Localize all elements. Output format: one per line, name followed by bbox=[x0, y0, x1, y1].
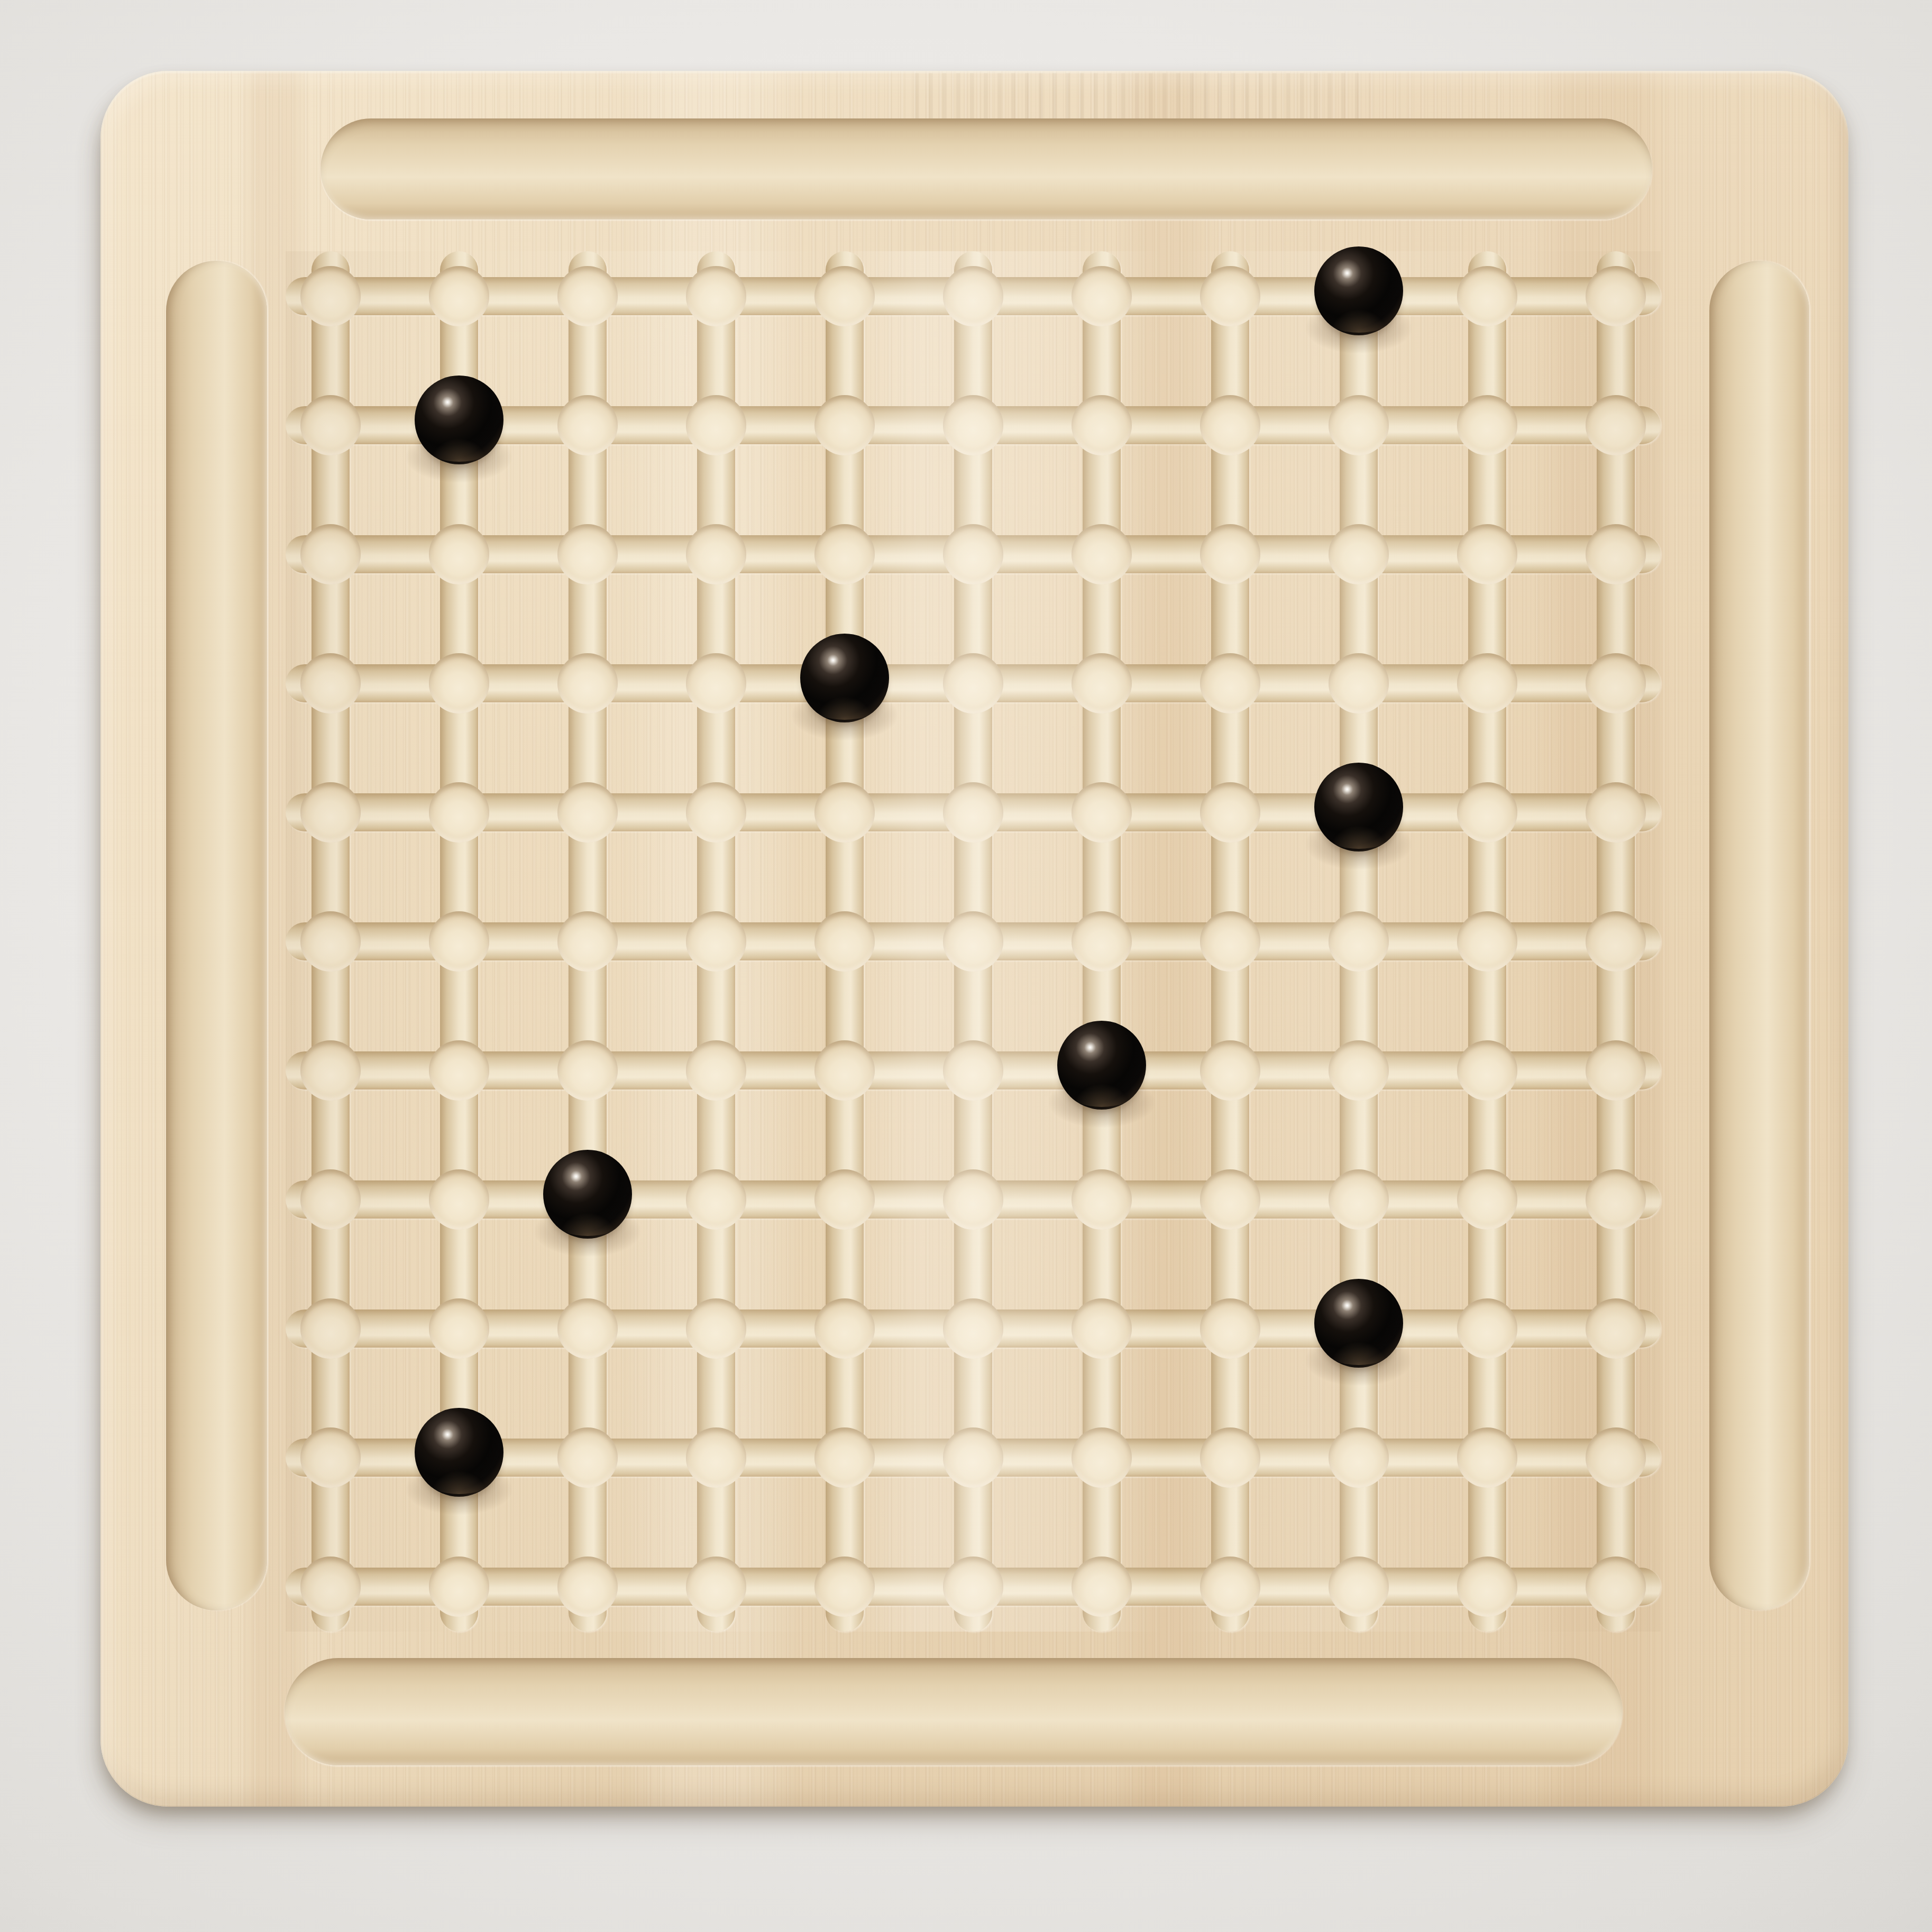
intersection-dimple[interactable] bbox=[1072, 782, 1132, 843]
intersection-dimple[interactable] bbox=[1586, 782, 1646, 843]
intersection-dimple[interactable] bbox=[1072, 653, 1132, 713]
intersection-dimple[interactable] bbox=[1457, 266, 1517, 326]
intersection-dimple[interactable] bbox=[1586, 266, 1646, 326]
intersection-dimple[interactable] bbox=[300, 911, 361, 972]
intersection-dimple[interactable] bbox=[300, 1427, 361, 1488]
intersection-dimple[interactable] bbox=[1329, 395, 1389, 455]
intersection-dimple[interactable] bbox=[1329, 1556, 1389, 1617]
intersection-dimple[interactable] bbox=[814, 1169, 875, 1230]
intersection-dimple[interactable] bbox=[814, 1298, 875, 1359]
intersection-dimple[interactable] bbox=[686, 653, 746, 713]
intersection-dimple[interactable] bbox=[1457, 1556, 1517, 1617]
intersection-dimple[interactable] bbox=[1586, 395, 1646, 455]
intersection-dimple[interactable] bbox=[814, 782, 875, 843]
intersection-dimple[interactable] bbox=[1200, 1040, 1260, 1101]
intersection-dimple[interactable] bbox=[686, 782, 746, 843]
intersection-dimple[interactable] bbox=[943, 911, 1003, 972]
intersection-dimple[interactable] bbox=[1200, 911, 1260, 972]
intersection-dimple[interactable] bbox=[1457, 911, 1517, 972]
intersection-dimple[interactable] bbox=[1329, 524, 1389, 584]
black-marble-J3[interactable] bbox=[1314, 1279, 1403, 1368]
intersection-dimple[interactable] bbox=[814, 911, 875, 972]
intersection-dimple[interactable] bbox=[557, 782, 618, 843]
intersection-dimple[interactable] bbox=[300, 1169, 361, 1230]
intersection-dimple[interactable] bbox=[429, 782, 489, 843]
intersection-dimple[interactable] bbox=[1457, 1298, 1517, 1359]
intersection-dimple[interactable] bbox=[1200, 524, 1260, 584]
intersection-dimple[interactable] bbox=[686, 266, 746, 326]
marble-tray-top bbox=[321, 118, 1652, 219]
intersection-dimple[interactable] bbox=[1329, 653, 1389, 713]
intersection-dimple[interactable] bbox=[686, 1427, 746, 1488]
intersection-dimple[interactable] bbox=[557, 1040, 618, 1101]
black-marble-C4[interactable] bbox=[543, 1150, 632, 1239]
intersection-dimple[interactable] bbox=[1072, 1427, 1132, 1488]
intersection-dimple[interactable] bbox=[429, 266, 489, 326]
intersection-dimple[interactable] bbox=[1200, 266, 1260, 326]
intersection-dimple[interactable] bbox=[1072, 911, 1132, 972]
marble-tray-left bbox=[166, 261, 267, 1610]
photo-background: { "game": { "name": "Go (marble board)",… bbox=[0, 0, 1932, 1932]
intersection-dimple[interactable] bbox=[300, 266, 361, 326]
intersection-dimple[interactable] bbox=[557, 524, 618, 584]
intersection-dimple[interactable] bbox=[814, 524, 875, 584]
intersection-dimple[interactable] bbox=[1457, 1427, 1517, 1488]
intersection-dimple[interactable] bbox=[1200, 1427, 1260, 1488]
intersection-dimple[interactable] bbox=[1586, 911, 1646, 972]
intersection-dimple[interactable] bbox=[814, 1427, 875, 1488]
intersection-dimple[interactable] bbox=[557, 266, 618, 326]
intersection-dimple[interactable] bbox=[429, 1169, 489, 1230]
intersection-dimple[interactable] bbox=[1072, 266, 1132, 326]
intersection-dimple[interactable] bbox=[557, 1556, 618, 1617]
intersection-dimple[interactable] bbox=[1329, 1040, 1389, 1101]
intersection-dimple[interactable] bbox=[1200, 395, 1260, 455]
intersection-dimple[interactable] bbox=[1457, 653, 1517, 713]
intersection-dimple[interactable] bbox=[814, 395, 875, 455]
intersection-dimple[interactable] bbox=[1200, 782, 1260, 843]
intersection-dimple[interactable] bbox=[1586, 1169, 1646, 1230]
intersection-dimple[interactable] bbox=[1586, 1298, 1646, 1359]
intersection-dimple[interactable] bbox=[557, 911, 618, 972]
intersection-dimple[interactable] bbox=[557, 653, 618, 713]
intersection-dimple[interactable] bbox=[686, 1169, 746, 1230]
intersection-dimple[interactable] bbox=[814, 266, 875, 326]
intersection-dimple[interactable] bbox=[1072, 1298, 1132, 1359]
intersection-dimple[interactable] bbox=[1586, 1040, 1646, 1101]
intersection-dimple[interactable] bbox=[1329, 1427, 1389, 1488]
intersection-dimple[interactable] bbox=[1072, 1556, 1132, 1617]
black-marble-E8[interactable] bbox=[800, 634, 889, 722]
intersection-dimple[interactable] bbox=[686, 1556, 746, 1617]
intersection-dimple[interactable] bbox=[1200, 1169, 1260, 1230]
intersection-dimple[interactable] bbox=[1457, 524, 1517, 584]
intersection-dimple[interactable] bbox=[429, 1040, 489, 1101]
intersection-dimple[interactable] bbox=[1586, 524, 1646, 584]
intersection-dimple[interactable] bbox=[1329, 911, 1389, 972]
intersection-dimple[interactable] bbox=[1072, 1169, 1132, 1230]
wooden-game-board bbox=[100, 71, 1848, 1807]
intersection-dimple[interactable] bbox=[943, 1427, 1003, 1488]
intersection-dimple[interactable] bbox=[557, 395, 618, 455]
intersection-dimple[interactable] bbox=[300, 782, 361, 843]
intersection-dimple[interactable] bbox=[1072, 395, 1132, 455]
black-marble-G5[interactable] bbox=[1057, 1021, 1146, 1110]
intersection-dimple[interactable] bbox=[300, 653, 361, 713]
marble-tray-bottom bbox=[285, 1658, 1623, 1765]
intersection-dimple[interactable] bbox=[686, 911, 746, 972]
intersection-dimple[interactable] bbox=[686, 1298, 746, 1359]
intersection-dimple[interactable] bbox=[943, 1169, 1003, 1230]
intersection-dimple[interactable] bbox=[300, 1298, 361, 1359]
intersection-dimple[interactable] bbox=[429, 1298, 489, 1359]
intersection-dimple[interactable] bbox=[300, 1040, 361, 1101]
intersection-dimple[interactable] bbox=[943, 1040, 1003, 1101]
intersection-dimple[interactable] bbox=[429, 1556, 489, 1617]
black-marble-J11[interactable] bbox=[1314, 246, 1403, 335]
intersection-dimple[interactable] bbox=[943, 1298, 1003, 1359]
black-marble-B2[interactable] bbox=[415, 1408, 503, 1497]
intersection-dimple[interactable] bbox=[943, 653, 1003, 713]
intersection-dimple[interactable] bbox=[943, 782, 1003, 843]
intersection-dimple[interactable] bbox=[943, 395, 1003, 455]
intersection-dimple[interactable] bbox=[943, 266, 1003, 326]
black-marble-B10[interactable] bbox=[415, 376, 503, 464]
intersection-dimple[interactable] bbox=[1200, 1298, 1260, 1359]
intersection-dimple[interactable] bbox=[429, 911, 489, 972]
intersection-dimple[interactable] bbox=[686, 395, 746, 455]
intersection-dimple[interactable] bbox=[300, 395, 361, 455]
intersection-dimple[interactable] bbox=[943, 524, 1003, 584]
intersection-dimple[interactable] bbox=[1072, 524, 1132, 584]
intersection-dimple[interactable] bbox=[1586, 653, 1646, 713]
intersection-dimple[interactable] bbox=[300, 524, 361, 584]
intersection-dimple[interactable] bbox=[943, 1556, 1003, 1617]
intersection-dimple[interactable] bbox=[686, 1040, 746, 1101]
intersection-dimple[interactable] bbox=[429, 653, 489, 713]
intersection-dimple[interactable] bbox=[1200, 653, 1260, 713]
marble-tray-right bbox=[1709, 261, 1809, 1610]
intersection-dimple[interactable] bbox=[1586, 1556, 1646, 1617]
black-marble-J7[interactable] bbox=[1314, 763, 1403, 851]
intersection-dimple[interactable] bbox=[686, 524, 746, 584]
intersection-dimple[interactable] bbox=[557, 1298, 618, 1359]
intersection-dimple[interactable] bbox=[1457, 782, 1517, 843]
intersection-dimple[interactable] bbox=[1457, 1169, 1517, 1230]
intersection-dimple[interactable] bbox=[814, 1556, 875, 1617]
intersection-dimple[interactable] bbox=[1457, 1040, 1517, 1101]
intersection-dimple[interactable] bbox=[300, 1556, 361, 1617]
intersection-dimple[interactable] bbox=[429, 524, 489, 584]
intersection-dimple[interactable] bbox=[814, 1040, 875, 1101]
intersection-dimple[interactable] bbox=[1457, 395, 1517, 455]
intersection-dimple[interactable] bbox=[557, 1427, 618, 1488]
intersection-dimple[interactable] bbox=[1586, 1427, 1646, 1488]
intersection-dimple[interactable] bbox=[1329, 1169, 1389, 1230]
intersection-dimple[interactable] bbox=[1200, 1556, 1260, 1617]
